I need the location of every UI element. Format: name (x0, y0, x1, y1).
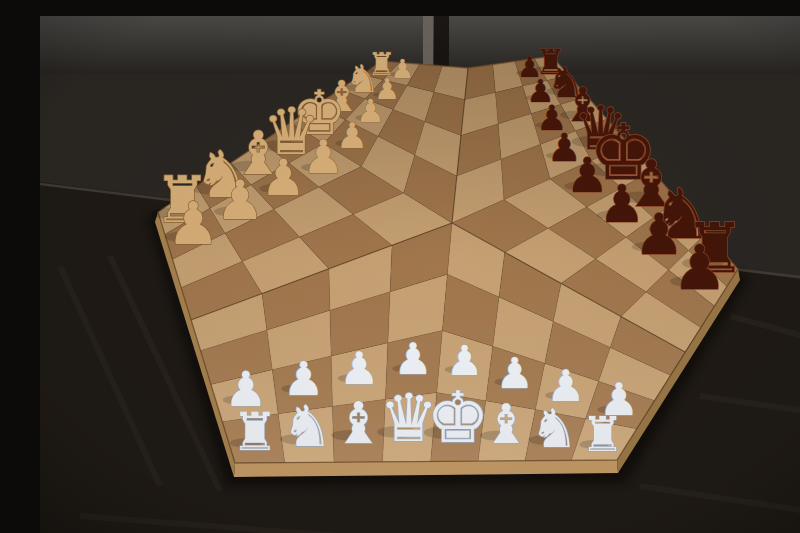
photo-vignette (40, 16, 800, 533)
chessboard-scene: ♜♜♟♟♞♞♟♟♝♝♟♚♟♛♟♛♟♝♟♚♟♞♟♝♟♜♟♞♟♟♜♟♟♟♟♟♟♟♟♟… (40, 16, 800, 533)
three-player-chess-photo: ♜♜♟♟♞♞♟♟♝♝♟♚♟♛♟♛♟♝♟♚♟♞♟♝♟♜♟♞♟♟♜♟♟♟♟♟♟♟♟♟… (40, 16, 800, 533)
